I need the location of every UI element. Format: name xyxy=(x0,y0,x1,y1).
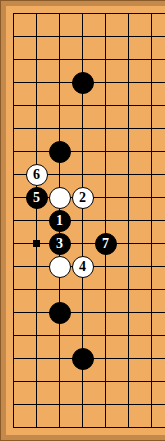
go-stone-black[interactable] xyxy=(72,72,94,94)
grid-line-v xyxy=(36,13,37,428)
grid-line-v xyxy=(151,13,152,428)
go-stone-black-move-3[interactable]: 3 xyxy=(49,233,71,255)
go-stone-white-move-4[interactable]: 4 xyxy=(72,256,94,278)
go-stone-black-move-1[interactable]: 1 xyxy=(49,210,71,232)
go-stone-black[interactable] xyxy=(72,348,94,370)
board-frame: 6521374 xyxy=(0,0,165,441)
go-stone-white-move-6[interactable]: 6 xyxy=(26,164,48,186)
go-stone-black-move-7[interactable]: 7 xyxy=(95,233,117,255)
move-number: 4 xyxy=(79,260,86,274)
move-number: 7 xyxy=(102,237,109,251)
move-number: 6 xyxy=(33,168,40,182)
go-stone-black[interactable] xyxy=(49,141,71,163)
grid-line-v xyxy=(128,13,129,428)
go-board[interactable]: 6521374 xyxy=(6,6,165,435)
move-number: 1 xyxy=(56,214,63,228)
grid-line-v xyxy=(13,13,14,428)
move-number: 5 xyxy=(33,191,40,205)
grid-line-v xyxy=(105,13,106,428)
square-marker xyxy=(33,240,40,247)
go-stone-white[interactable] xyxy=(49,256,71,278)
go-stone-black[interactable] xyxy=(49,302,71,324)
move-number: 2 xyxy=(79,191,86,205)
go-stone-white[interactable] xyxy=(49,187,71,209)
go-stone-white-move-2[interactable]: 2 xyxy=(72,187,94,209)
move-number: 3 xyxy=(56,237,63,251)
go-stone-black-move-5[interactable]: 5 xyxy=(26,187,48,209)
